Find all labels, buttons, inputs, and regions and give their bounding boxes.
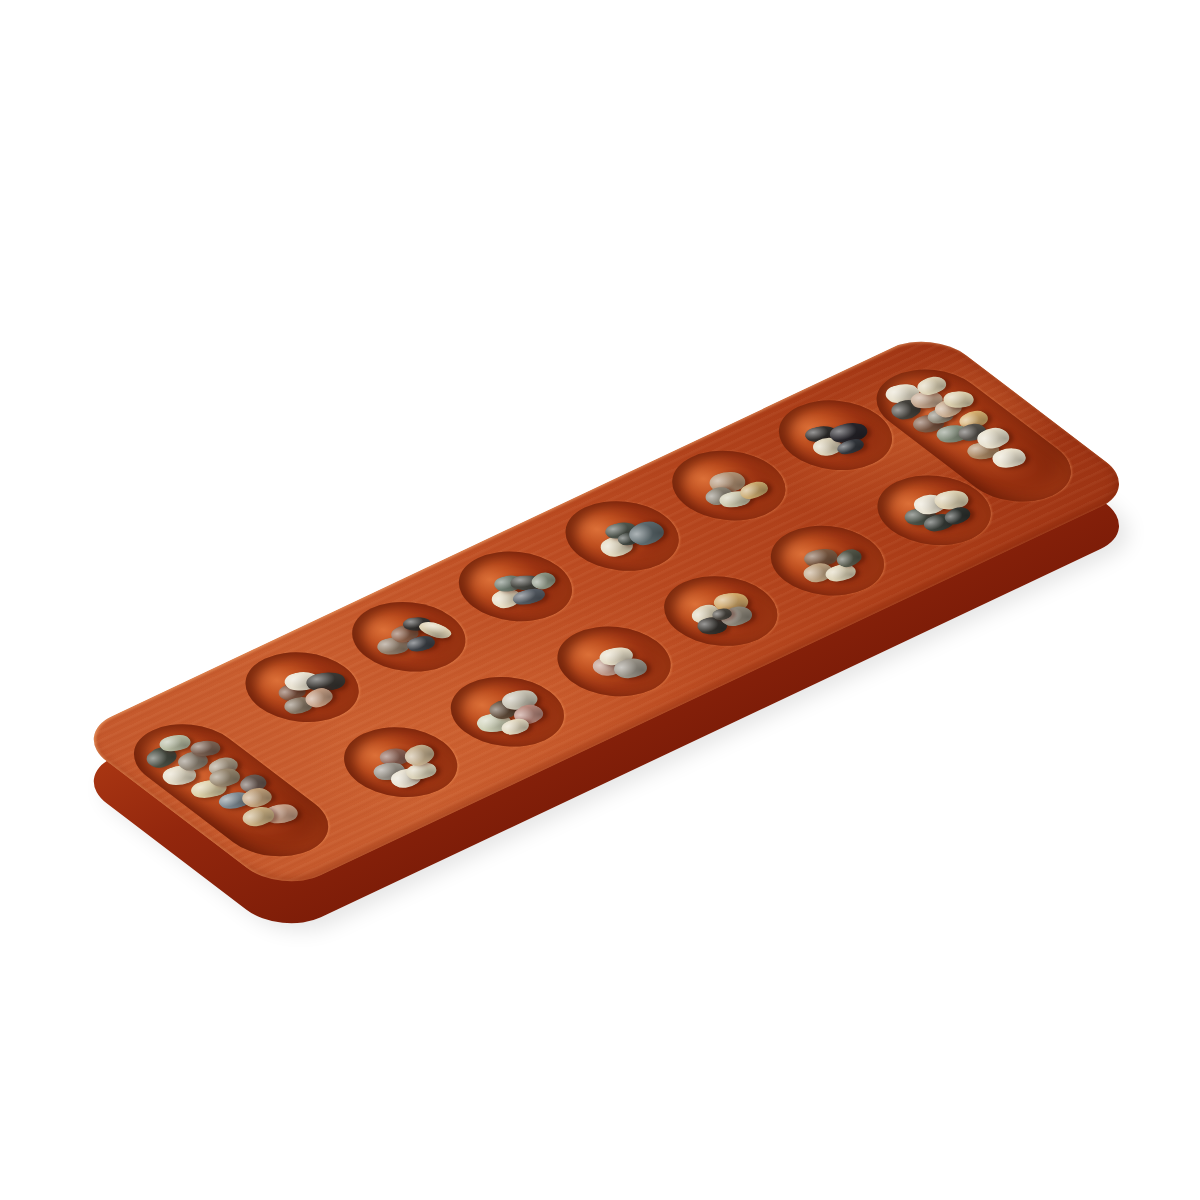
pit-top-5[interactable] [649, 437, 809, 534]
pit-bottom-5[interactable] [748, 512, 908, 609]
board-top-face [72, 329, 1141, 894]
pit-top-4[interactable] [542, 487, 702, 584]
pit-bottom-4[interactable] [641, 562, 801, 659]
pit-top-3[interactable] [436, 538, 596, 635]
pit-top-1[interactable] [222, 639, 382, 736]
pit-bottom-2[interactable] [427, 663, 587, 760]
product-photo-canvas [0, 0, 1200, 1200]
pit-bottom-1[interactable] [321, 714, 481, 811]
pit-bottom-3[interactable] [534, 613, 694, 710]
pit-top-2[interactable] [329, 588, 489, 685]
store-left [112, 711, 351, 869]
